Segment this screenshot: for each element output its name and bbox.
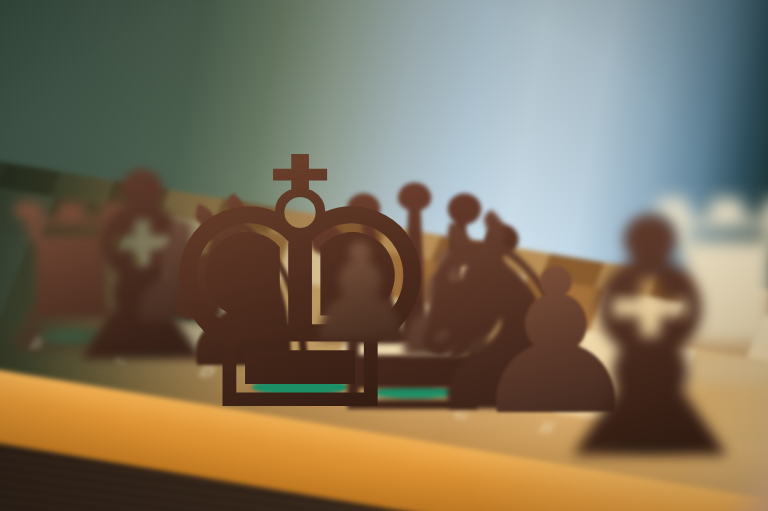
pieces-layer: ♜♜♝♟♞♛♟♞♟♝♚♟♟ xyxy=(0,0,768,511)
pawn-glyph: ♟ xyxy=(299,226,420,361)
piece-blurred-foreground-piece: ♟ xyxy=(682,230,768,511)
unknown light piece-glyph: ♟ xyxy=(682,296,768,511)
piece-pawn-2: ♟ xyxy=(299,199,420,334)
chessboard-photo: ABCDEFGH ♜♜♝♟♞♛♟♞♟♝♚♟♟ xyxy=(0,0,768,511)
